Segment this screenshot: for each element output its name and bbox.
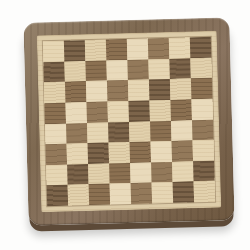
square-c6[interactable] xyxy=(86,81,108,102)
square-b8[interactable] xyxy=(64,40,86,61)
square-f2[interactable] xyxy=(151,162,173,183)
board-maple-border xyxy=(37,31,222,213)
square-c1[interactable] xyxy=(89,184,111,205)
square-f4[interactable] xyxy=(150,120,172,141)
square-a8[interactable] xyxy=(43,41,65,62)
chess-board xyxy=(23,17,234,225)
square-c2[interactable] xyxy=(88,163,110,184)
square-e1[interactable] xyxy=(131,183,153,204)
square-f7[interactable] xyxy=(148,59,170,80)
square-e8[interactable] xyxy=(127,38,149,59)
square-b3[interactable] xyxy=(67,143,89,164)
square-e3[interactable] xyxy=(130,142,152,163)
square-d3[interactable] xyxy=(109,142,131,163)
square-a7[interactable] xyxy=(43,61,65,82)
square-c5[interactable] xyxy=(86,101,108,122)
square-h4[interactable] xyxy=(192,119,214,140)
square-g3[interactable] xyxy=(172,140,194,161)
square-a5[interactable] xyxy=(44,103,66,124)
square-a2[interactable] xyxy=(46,164,68,185)
square-h6[interactable] xyxy=(191,78,213,99)
square-h3[interactable] xyxy=(193,140,215,161)
square-b6[interactable] xyxy=(65,81,87,102)
square-e4[interactable] xyxy=(129,121,151,142)
square-c3[interactable] xyxy=(88,143,110,164)
square-a3[interactable] xyxy=(46,144,68,165)
square-h2[interactable] xyxy=(193,161,215,182)
square-h1[interactable] xyxy=(194,181,216,202)
square-b5[interactable] xyxy=(65,102,87,123)
square-e2[interactable] xyxy=(130,162,152,183)
square-d4[interactable] xyxy=(108,122,130,143)
square-b2[interactable] xyxy=(67,164,89,185)
photo-background xyxy=(0,0,250,250)
square-g7[interactable] xyxy=(169,58,191,79)
square-f6[interactable] xyxy=(149,79,171,100)
square-b7[interactable] xyxy=(64,61,86,82)
square-f3[interactable] xyxy=(151,141,173,162)
square-e7[interactable] xyxy=(127,59,149,80)
square-f8[interactable] xyxy=(148,38,170,59)
square-d5[interactable] xyxy=(107,101,129,122)
square-c7[interactable] xyxy=(85,60,107,81)
square-h8[interactable] xyxy=(190,37,212,58)
square-c4[interactable] xyxy=(87,122,109,143)
square-a6[interactable] xyxy=(44,82,66,103)
square-d7[interactable] xyxy=(106,60,128,81)
square-g4[interactable] xyxy=(171,120,193,141)
square-h5[interactable] xyxy=(191,99,213,120)
square-f1[interactable] xyxy=(152,182,174,203)
square-b4[interactable] xyxy=(66,123,88,144)
square-e5[interactable] xyxy=(128,100,150,121)
square-b1[interactable] xyxy=(68,184,90,205)
square-e6[interactable] xyxy=(128,80,150,101)
square-a4[interactable] xyxy=(45,123,67,144)
square-g6[interactable] xyxy=(170,79,192,100)
board-grid xyxy=(43,37,215,206)
square-h7[interactable] xyxy=(190,57,212,78)
square-d8[interactable] xyxy=(106,39,128,60)
square-d6[interactable] xyxy=(107,80,129,101)
square-g8[interactable] xyxy=(169,37,191,58)
square-g2[interactable] xyxy=(172,161,194,182)
square-g1[interactable] xyxy=(173,182,195,203)
square-g5[interactable] xyxy=(170,99,192,120)
square-d2[interactable] xyxy=(109,163,131,184)
square-d1[interactable] xyxy=(110,183,132,204)
square-a1[interactable] xyxy=(47,185,69,206)
square-c8[interactable] xyxy=(85,40,107,61)
square-f5[interactable] xyxy=(149,100,171,121)
